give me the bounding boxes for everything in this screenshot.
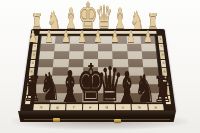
square-g7 [51, 84, 67, 93]
square-h5 [37, 67, 53, 75]
square-a3 [142, 51, 157, 59]
file-label-b: b [131, 104, 148, 110]
square-h3 [39, 51, 54, 59]
rank-label-1: 1 [158, 35, 163, 43]
square-e6 [83, 76, 98, 85]
square-b5 [128, 67, 144, 75]
file-label-d: d [98, 104, 114, 110]
square-e5 [83, 67, 98, 75]
square-g5 [52, 67, 68, 75]
rank-label-7: 7 [26, 85, 32, 94]
square-c1 [112, 36, 126, 43]
rank-label-3: 3 [159, 51, 165, 59]
square-e7 [82, 84, 98, 93]
square-d3 [98, 51, 113, 59]
square-d5 [98, 67, 113, 75]
square-h2 [40, 44, 55, 52]
square-h6 [36, 76, 52, 85]
square-c5 [113, 67, 128, 75]
square-c8 [114, 93, 130, 102]
square-e8 [82, 93, 98, 102]
square-f6 [67, 76, 83, 85]
rank-label-2: 2 [159, 43, 164, 51]
square-b1 [126, 36, 141, 43]
square-f2 [69, 44, 84, 52]
board-grid [33, 36, 163, 104]
rank-label-6: 6 [163, 76, 169, 85]
square-d6 [98, 76, 113, 85]
square-e2 [83, 44, 98, 52]
notation-strip-far [39, 31, 156, 34]
square-f5 [68, 67, 83, 75]
square-e1 [84, 36, 98, 43]
square-c4 [113, 59, 128, 67]
chess-board: 12345678 12345678 hgfedcba [20, 29, 176, 112]
product-photo: 12345678 12345678 hgfedcba ♜♞♝♚♛♝♞♜♟♟♟♟♟… [0, 0, 200, 133]
square-g8 [50, 93, 67, 102]
square-a8 [145, 93, 162, 102]
square-h1 [41, 36, 56, 43]
square-b3 [127, 51, 142, 59]
square-c2 [112, 44, 127, 52]
square-g4 [53, 59, 68, 67]
square-g2 [54, 44, 69, 52]
square-d8 [98, 93, 114, 102]
square-h7 [35, 84, 51, 93]
square-c7 [113, 84, 129, 93]
rank-label-3: 3 [31, 51, 37, 59]
square-b2 [127, 44, 142, 52]
square-a7 [144, 84, 160, 93]
square-g1 [55, 36, 70, 43]
brass-hinge-right [114, 119, 121, 123]
rank-label-4: 4 [30, 59, 36, 67]
square-g3 [54, 51, 69, 59]
square-a4 [142, 59, 158, 67]
rank-label-1: 1 [33, 35, 38, 43]
file-label-c: c [114, 104, 131, 110]
square-b7 [129, 84, 145, 93]
square-f3 [69, 51, 84, 59]
square-c6 [113, 76, 129, 85]
square-d1 [98, 36, 112, 43]
rank-label-2: 2 [32, 43, 37, 51]
square-e3 [83, 51, 98, 59]
file-label-a: a [147, 104, 164, 110]
square-d2 [98, 44, 113, 52]
square-b8 [129, 93, 146, 102]
square-d7 [98, 84, 114, 93]
board-front-edge [18, 111, 176, 122]
square-f8 [66, 93, 82, 102]
square-a1 [140, 36, 155, 43]
rank-label-7: 7 [164, 85, 170, 94]
square-f1 [69, 36, 83, 43]
square-h4 [38, 59, 54, 67]
notation-strip-file-letters: hgfedcba [32, 104, 164, 110]
square-a6 [144, 76, 160, 85]
rank-label-4: 4 [160, 59, 166, 67]
rank-label-6: 6 [28, 76, 34, 85]
square-d4 [98, 59, 113, 67]
rank-label-5: 5 [29, 67, 35, 76]
file-label-h: h [32, 104, 49, 110]
square-b6 [128, 76, 144, 85]
square-e4 [83, 59, 98, 67]
rank-label-8: 8 [25, 94, 31, 104]
square-h8 [34, 93, 51, 102]
square-f7 [67, 84, 83, 93]
rank-label-8: 8 [165, 94, 171, 104]
square-a2 [141, 44, 156, 52]
file-label-g: g [49, 104, 66, 110]
file-label-e: e [82, 104, 98, 110]
brass-hinge-left [53, 118, 60, 122]
square-b4 [127, 59, 142, 67]
rank-label-5: 5 [162, 67, 168, 76]
front-edge-groove [24, 119, 170, 120]
square-f4 [68, 59, 83, 67]
square-g6 [52, 76, 68, 85]
file-label-f: f [65, 104, 82, 110]
square-c3 [113, 51, 128, 59]
square-a5 [143, 67, 159, 75]
